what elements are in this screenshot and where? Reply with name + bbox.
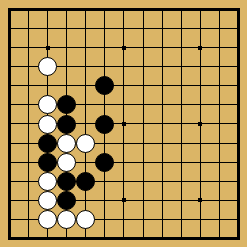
black-stone[interactable]: [57, 95, 76, 114]
white-stone[interactable]: [38, 210, 57, 229]
white-stone[interactable]: [38, 115, 57, 134]
black-stone[interactable]: [57, 115, 76, 134]
white-stone[interactable]: [57, 153, 76, 172]
stones-layer: [0, 0, 247, 247]
white-stone[interactable]: [38, 95, 57, 114]
black-stone[interactable]: [57, 172, 76, 191]
black-stone[interactable]: [95, 76, 114, 95]
white-stone[interactable]: [38, 57, 57, 76]
black-stone[interactable]: [95, 153, 114, 172]
go-board[interactable]: [0, 0, 247, 247]
black-stone[interactable]: [95, 115, 114, 134]
black-stone[interactable]: [76, 172, 95, 191]
black-stone[interactable]: [57, 191, 76, 210]
white-stone[interactable]: [76, 134, 95, 153]
white-stone[interactable]: [57, 210, 76, 229]
go-diagram: [0, 0, 247, 247]
black-stone[interactable]: [38, 134, 57, 153]
white-stone[interactable]: [76, 210, 95, 229]
white-stone[interactable]: [38, 191, 57, 210]
white-stone[interactable]: [57, 134, 76, 153]
black-stone[interactable]: [38, 153, 57, 172]
white-stone[interactable]: [38, 172, 57, 191]
